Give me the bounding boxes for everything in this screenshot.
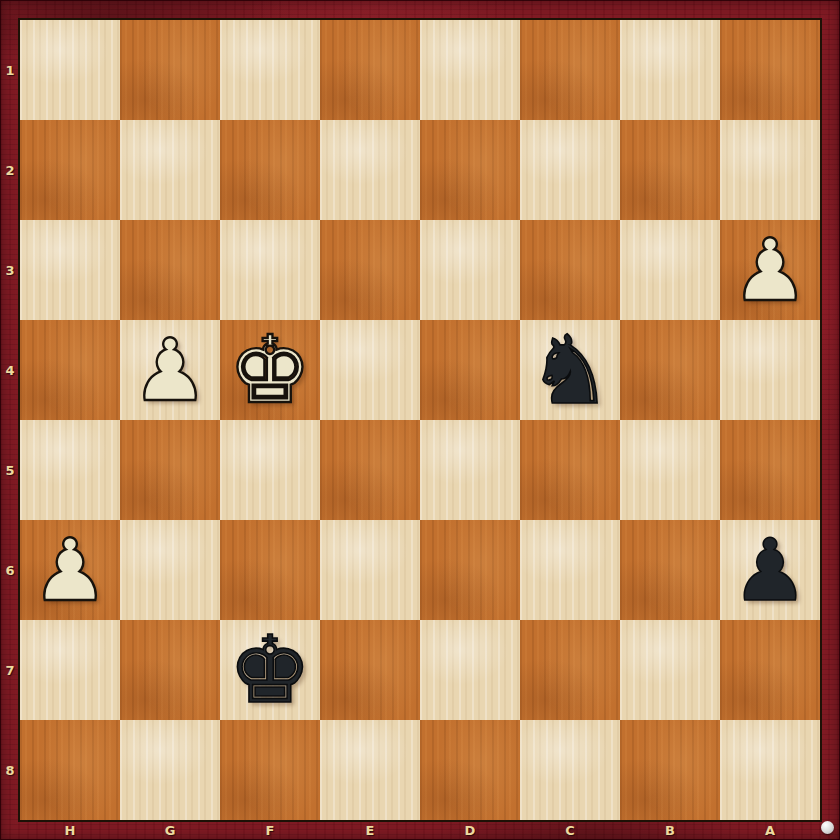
square-d8[interactable] xyxy=(420,720,520,820)
file-label-d: D xyxy=(420,820,520,840)
square-d5[interactable] xyxy=(420,420,520,520)
square-g4[interactable]: ♟ xyxy=(120,320,220,420)
white-king-f4[interactable]: ♚ xyxy=(228,320,311,420)
square-h8[interactable] xyxy=(20,720,120,820)
square-e5[interactable] xyxy=(320,420,420,520)
square-a3[interactable]: ♟ xyxy=(720,220,820,320)
square-g6[interactable] xyxy=(120,520,220,620)
white-pawn-h6[interactable]: ♟ xyxy=(31,520,108,620)
square-d1[interactable] xyxy=(420,20,520,120)
board-frame: ♟♟♚♞♟♟♚ 12345678 HGFEDCBA xyxy=(0,0,840,840)
square-e4[interactable] xyxy=(320,320,420,420)
square-h2[interactable] xyxy=(20,120,120,220)
square-h5[interactable] xyxy=(20,420,120,520)
square-h7[interactable] xyxy=(20,620,120,720)
side-to-move-indicator xyxy=(821,821,834,834)
square-d3[interactable] xyxy=(420,220,520,320)
file-label-h: H xyxy=(20,820,120,840)
square-a4[interactable] xyxy=(720,320,820,420)
square-g1[interactable] xyxy=(120,20,220,120)
square-h3[interactable] xyxy=(20,220,120,320)
square-e2[interactable] xyxy=(320,120,420,220)
square-a5[interactable] xyxy=(720,420,820,520)
square-c7[interactable] xyxy=(520,620,620,720)
square-f1[interactable] xyxy=(220,20,320,120)
square-h1[interactable] xyxy=(20,20,120,120)
square-b6[interactable] xyxy=(620,520,720,620)
square-b8[interactable] xyxy=(620,720,720,820)
square-g3[interactable] xyxy=(120,220,220,320)
rank-label-1: 1 xyxy=(0,20,20,120)
square-d2[interactable] xyxy=(420,120,520,220)
rank-label-7: 7 xyxy=(0,620,20,720)
square-b4[interactable] xyxy=(620,320,720,420)
square-b1[interactable] xyxy=(620,20,720,120)
file-label-g: G xyxy=(120,820,220,840)
square-d6[interactable] xyxy=(420,520,520,620)
square-e6[interactable] xyxy=(320,520,420,620)
square-b7[interactable] xyxy=(620,620,720,720)
black-king-f7[interactable]: ♚ xyxy=(228,620,311,720)
square-b3[interactable] xyxy=(620,220,720,320)
file-label-c: C xyxy=(520,820,620,840)
square-d7[interactable] xyxy=(420,620,520,720)
square-f4[interactable]: ♚ xyxy=(220,320,320,420)
square-a8[interactable] xyxy=(720,720,820,820)
square-c6[interactable] xyxy=(520,520,620,620)
square-f8[interactable] xyxy=(220,720,320,820)
rank-label-5: 5 xyxy=(0,420,20,520)
square-b2[interactable] xyxy=(620,120,720,220)
square-c4[interactable]: ♞ xyxy=(520,320,620,420)
square-g2[interactable] xyxy=(120,120,220,220)
square-a6[interactable]: ♟ xyxy=(720,520,820,620)
square-c5[interactable] xyxy=(520,420,620,520)
file-label-b: B xyxy=(620,820,720,840)
square-a1[interactable] xyxy=(720,20,820,120)
square-e1[interactable] xyxy=(320,20,420,120)
square-h6[interactable]: ♟ xyxy=(20,520,120,620)
square-c3[interactable] xyxy=(520,220,620,320)
file-label-f: F xyxy=(220,820,320,840)
rank-label-6: 6 xyxy=(0,520,20,620)
rank-label-4: 4 xyxy=(0,320,20,420)
square-f5[interactable] xyxy=(220,420,320,520)
square-h4[interactable] xyxy=(20,320,120,420)
square-g5[interactable] xyxy=(120,420,220,520)
black-pawn-a6[interactable]: ♟ xyxy=(731,520,808,620)
file-label-e: E xyxy=(320,820,420,840)
rank-label-2: 2 xyxy=(0,120,20,220)
white-pawn-g4[interactable]: ♟ xyxy=(131,320,208,420)
square-f2[interactable] xyxy=(220,120,320,220)
square-e7[interactable] xyxy=(320,620,420,720)
square-c2[interactable] xyxy=(520,120,620,220)
white-pawn-a3[interactable]: ♟ xyxy=(731,220,808,320)
square-e8[interactable] xyxy=(320,720,420,820)
square-f3[interactable] xyxy=(220,220,320,320)
square-f6[interactable] xyxy=(220,520,320,620)
file-label-a: A xyxy=(720,820,820,840)
square-c1[interactable] xyxy=(520,20,620,120)
rank-label-3: 3 xyxy=(0,220,20,320)
chess-board: ♟♟♚♞♟♟♚ xyxy=(20,20,820,820)
square-e3[interactable] xyxy=(320,220,420,320)
square-a7[interactable] xyxy=(720,620,820,720)
black-knight-c4[interactable]: ♞ xyxy=(527,320,612,420)
square-g7[interactable] xyxy=(120,620,220,720)
square-g8[interactable] xyxy=(120,720,220,820)
square-d4[interactable] xyxy=(420,320,520,420)
square-f7[interactable]: ♚ xyxy=(220,620,320,720)
rank-label-8: 8 xyxy=(0,720,20,820)
square-c8[interactable] xyxy=(520,720,620,820)
square-b5[interactable] xyxy=(620,420,720,520)
square-a2[interactable] xyxy=(720,120,820,220)
